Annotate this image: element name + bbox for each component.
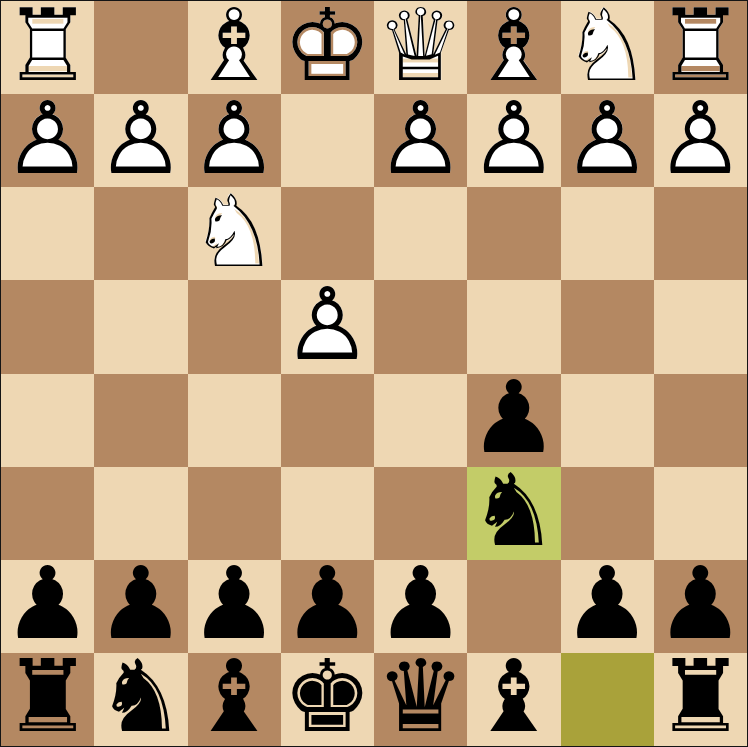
square-a4[interactable] <box>654 280 747 373</box>
square-d3[interactable] <box>374 187 467 280</box>
white-pawn-piece[interactable]: ♟♙ <box>561 94 654 187</box>
white-pawn-piece[interactable]: ♟♙ <box>94 94 187 187</box>
square-b7[interactable]: ♟ <box>561 560 654 653</box>
piece-fill-layer: ♞ <box>469 461 559 561</box>
square-g3[interactable] <box>94 187 187 280</box>
chess-board-frame: ♜♖♝♗♚♔♛♕♝♗♞♘♜♖♟♙♟♙♟♙♟♙♟♙♟♙♟♙♞♘♟♙♟♞♟♟♟♟♟♟… <box>0 0 748 747</box>
black-knight-piece[interactable]: ♞ <box>467 467 560 560</box>
square-d8[interactable]: ♛ <box>374 653 467 746</box>
black-queen-piece[interactable]: ♛ <box>374 653 467 746</box>
square-f4[interactable] <box>188 280 281 373</box>
piece-fill-layer: ♝ <box>469 647 559 747</box>
piece-outline-layer: ♙ <box>469 89 559 189</box>
black-bishop-piece[interactable]: ♝ <box>467 653 560 746</box>
piece-fill-layer: ♚ <box>283 647 373 747</box>
square-f8[interactable]: ♝ <box>188 653 281 746</box>
black-rook-piece[interactable]: ♜ <box>654 653 747 746</box>
piece-outline-layer: ♘ <box>189 182 279 282</box>
square-g5[interactable] <box>94 374 187 467</box>
square-h4[interactable] <box>1 280 94 373</box>
square-c8[interactable]: ♝ <box>467 653 560 746</box>
piece-fill-layer: ♞ <box>96 647 186 747</box>
black-bishop-piece[interactable]: ♝ <box>188 653 281 746</box>
square-e8[interactable]: ♚ <box>281 653 374 746</box>
square-g8[interactable]: ♞ <box>94 653 187 746</box>
white-pawn-piece[interactable]: ♟♙ <box>467 94 560 187</box>
piece-fill-layer: ♝ <box>189 647 279 747</box>
square-b3[interactable] <box>561 187 654 280</box>
piece-outline-layer: ♙ <box>283 275 373 375</box>
square-d5[interactable] <box>374 374 467 467</box>
square-b4[interactable] <box>561 280 654 373</box>
white-pawn-piece[interactable]: ♟♙ <box>281 280 374 373</box>
square-a3[interactable] <box>654 187 747 280</box>
square-b8[interactable] <box>561 653 654 746</box>
square-e5[interactable] <box>281 374 374 467</box>
square-e2[interactable] <box>281 94 374 187</box>
square-h3[interactable] <box>1 187 94 280</box>
black-knight-piece[interactable]: ♞ <box>94 653 187 746</box>
piece-outline-layer: ♔ <box>283 0 373 96</box>
chess-board: ♜♖♝♗♚♔♛♕♝♗♞♘♜♖♟♙♟♙♟♙♟♙♟♙♟♙♟♙♞♘♟♙♟♞♟♟♟♟♟♟… <box>1 1 747 746</box>
square-d4[interactable] <box>374 280 467 373</box>
black-rook-piece[interactable]: ♜ <box>1 653 94 746</box>
piece-outline-layer: ♙ <box>562 89 652 189</box>
square-g2[interactable]: ♟♙ <box>94 94 187 187</box>
piece-fill-layer: ♜ <box>656 647 746 747</box>
piece-fill-layer: ♟ <box>562 554 652 654</box>
square-b5[interactable] <box>561 374 654 467</box>
square-e1[interactable]: ♚♔ <box>281 1 374 94</box>
square-a8[interactable]: ♜ <box>654 653 747 746</box>
piece-fill-layer: ♜ <box>3 647 93 747</box>
square-c2[interactable]: ♟♙ <box>467 94 560 187</box>
white-pawn-piece[interactable]: ♟♙ <box>654 94 747 187</box>
square-c6[interactable]: ♞ <box>467 467 560 560</box>
square-d2[interactable]: ♟♙ <box>374 94 467 187</box>
white-king-piece[interactable]: ♚♔ <box>281 1 374 94</box>
square-g4[interactable] <box>94 280 187 373</box>
square-a5[interactable] <box>654 374 747 467</box>
square-f5[interactable] <box>188 374 281 467</box>
square-c3[interactable] <box>467 187 560 280</box>
piece-outline-layer: ♙ <box>376 89 466 189</box>
piece-outline-layer: ♙ <box>96 89 186 189</box>
square-b2[interactable]: ♟♙ <box>561 94 654 187</box>
white-pawn-piece[interactable]: ♟♙ <box>374 94 467 187</box>
black-pawn-piece[interactable]: ♟ <box>561 560 654 653</box>
black-king-piece[interactable]: ♚ <box>281 653 374 746</box>
white-knight-piece[interactable]: ♞♘ <box>188 187 281 280</box>
square-h8[interactable]: ♜ <box>1 653 94 746</box>
piece-fill-layer: ♛ <box>376 647 466 747</box>
square-a2[interactable]: ♟♙ <box>654 94 747 187</box>
white-pawn-piece[interactable]: ♟♙ <box>1 94 94 187</box>
square-e4[interactable]: ♟♙ <box>281 280 374 373</box>
piece-outline-layer: ♙ <box>656 89 746 189</box>
square-h5[interactable] <box>1 374 94 467</box>
square-f3[interactable]: ♞♘ <box>188 187 281 280</box>
piece-outline-layer: ♙ <box>3 89 93 189</box>
square-h2[interactable]: ♟♙ <box>1 94 94 187</box>
